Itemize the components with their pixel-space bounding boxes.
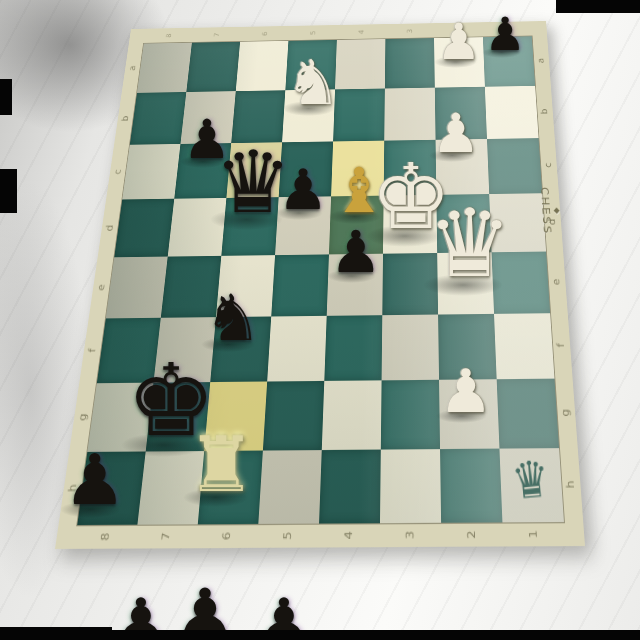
coord-label-left-c: c [111, 165, 126, 179]
coord-label-top-5: 5 [307, 27, 320, 39]
square-h3[interactable] [380, 449, 441, 523]
coord-label-top-3: 3 [404, 25, 416, 37]
square-g5[interactable] [263, 381, 324, 451]
coord-label-top-6: 6 [258, 28, 271, 40]
square-h5[interactable] [258, 450, 321, 524]
square-h2[interactable] [440, 449, 502, 523]
square-c1[interactable] [487, 138, 542, 194]
square-f5[interactable] [267, 316, 327, 382]
coord-label-left-b: b [118, 112, 132, 125]
piece-black-queen-d6[interactable]: ♛ [210, 139, 296, 225]
coord-label-bottom-2: 2 [464, 525, 480, 544]
square-f3[interactable] [382, 315, 439, 381]
square-a3[interactable] [385, 38, 435, 88]
square-e8[interactable] [106, 257, 168, 319]
coord-label-right-g: g [558, 404, 574, 422]
piece-black-pawn-e4[interactable]: ♟ [327, 223, 385, 281]
coord-label-top-7: 7 [210, 29, 223, 41]
square-a7[interactable] [186, 42, 240, 92]
square-f1[interactable] [494, 313, 554, 379]
coord-label-top-8: 8 [162, 30, 175, 42]
piece-white-queen-e2[interactable]: ♛ [423, 197, 517, 291]
photo-black-bar [0, 79, 12, 115]
square-g1[interactable] [497, 379, 559, 449]
coord-label-right-e: e [549, 274, 564, 290]
square-h4[interactable] [319, 450, 381, 524]
piece-white-pawn-a2[interactable]: ♟ [434, 17, 484, 67]
coord-label-left-f: f [85, 342, 101, 358]
piece-black-pawn-a1[interactable]: ♟ [482, 11, 528, 57]
square-a6[interactable] [236, 41, 289, 91]
coord-label-right-c: c [542, 158, 556, 172]
coord-label-bottom-8: 8 [97, 527, 115, 546]
square-f4[interactable] [324, 315, 382, 381]
square-b8[interactable] [130, 92, 186, 145]
square-g3[interactable] [381, 380, 440, 450]
square-a8[interactable] [137, 43, 192, 93]
coord-label-right-d: d [545, 215, 559, 230]
square-b3[interactable] [384, 88, 435, 141]
piece-black-pawn-h8[interactable]: ♟ [60, 445, 130, 515]
coord-label-left-e: e [94, 280, 110, 295]
photo-black-bar [0, 630, 640, 640]
coord-label-right-h: h [563, 475, 579, 494]
coord-label-top-4: 4 [355, 26, 367, 38]
piece-white-pawn-g2[interactable]: ♟ [436, 361, 496, 421]
photo-black-bar [0, 169, 17, 213]
corner-crown-emblem: ♛ [509, 449, 552, 511]
square-g4[interactable] [322, 380, 382, 450]
coord-label-right-f: f [554, 337, 569, 354]
coord-label-bottom-7: 7 [158, 527, 175, 546]
coord-label-bottom-4: 4 [341, 526, 357, 545]
square-b1[interactable] [485, 86, 539, 139]
coord-label-left-d: d [102, 221, 117, 236]
coord-label-bottom-3: 3 [403, 525, 418, 544]
square-d8[interactable] [114, 199, 174, 258]
coord-label-bottom-1: 1 [526, 525, 542, 544]
coord-label-bottom-6: 6 [219, 526, 236, 545]
piece-white-knight-b5[interactable]: ♞ [282, 52, 344, 114]
coord-label-right-a: a [535, 54, 548, 67]
square-e5[interactable] [271, 254, 329, 316]
coord-label-left-a: a [126, 62, 140, 75]
coord-label-bottom-5: 5 [280, 526, 296, 545]
square-c8[interactable] [122, 144, 180, 200]
piece-white-rook-h6[interactable]: ♜ [183, 427, 259, 503]
coord-label-right-b: b [538, 105, 552, 118]
piece-black-knight-f6[interactable]: ♞ [201, 286, 265, 350]
coord-label-left-g: g [75, 409, 92, 426]
chessboard-photo: ♛ ◆CHESS 88aa77bb66cc55dd44ee33ff22gg11h… [0, 0, 640, 640]
photo-black-bar [556, 0, 640, 13]
